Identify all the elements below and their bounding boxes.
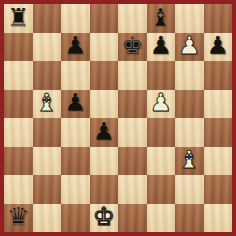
square-c4[interactable] — [61, 118, 90, 147]
square-g8[interactable] — [175, 4, 204, 33]
square-g5[interactable] — [175, 90, 204, 119]
square-f4[interactable] — [147, 118, 176, 147]
square-f7[interactable]: ♟ — [147, 33, 176, 62]
square-g1[interactable] — [175, 204, 204, 233]
black-bishop-icon[interactable]: ♝ — [150, 5, 172, 30]
square-d6[interactable] — [90, 61, 119, 90]
square-e4[interactable] — [118, 118, 147, 147]
square-a5[interactable] — [4, 90, 33, 119]
white-king-icon[interactable]: ♚ — [93, 204, 115, 229]
square-h8[interactable] — [204, 4, 233, 33]
black-pawn-icon[interactable]: ♟ — [93, 119, 115, 144]
square-d7[interactable] — [90, 33, 119, 62]
square-e5[interactable] — [118, 90, 147, 119]
square-b3[interactable] — [33, 147, 62, 176]
square-a8[interactable]: ♜ — [4, 4, 33, 33]
square-c1[interactable] — [61, 204, 90, 233]
square-f1[interactable] — [147, 204, 176, 233]
black-pawn-icon[interactable]: ♟ — [64, 33, 86, 58]
square-e2[interactable] — [118, 175, 147, 204]
square-b2[interactable] — [33, 175, 62, 204]
square-h1[interactable] — [204, 204, 233, 233]
square-g3[interactable]: ♝ — [175, 147, 204, 176]
chess-board: ♜♝♟♚♟♟♟♝♟♟♟♝♛♚ — [0, 0, 236, 236]
square-c5[interactable]: ♟ — [61, 90, 90, 119]
black-pawn-icon[interactable]: ♟ — [64, 90, 86, 115]
square-f8[interactable]: ♝ — [147, 4, 176, 33]
white-pawn-icon[interactable]: ♟ — [178, 33, 200, 58]
square-c6[interactable] — [61, 61, 90, 90]
square-e8[interactable] — [118, 4, 147, 33]
white-pawn-icon[interactable]: ♟ — [150, 90, 172, 115]
square-g7[interactable]: ♟ — [175, 33, 204, 62]
square-d4[interactable]: ♟ — [90, 118, 119, 147]
square-a1[interactable]: ♛ — [4, 204, 33, 233]
square-b7[interactable] — [33, 33, 62, 62]
square-e6[interactable] — [118, 61, 147, 90]
square-f3[interactable] — [147, 147, 176, 176]
black-rook-icon[interactable]: ♜ — [7, 5, 29, 30]
square-d1[interactable]: ♚ — [90, 204, 119, 233]
square-h3[interactable] — [204, 147, 233, 176]
square-e1[interactable] — [118, 204, 147, 233]
square-b5[interactable]: ♝ — [33, 90, 62, 119]
black-pawn-icon[interactable]: ♟ — [150, 33, 172, 58]
square-d2[interactable] — [90, 175, 119, 204]
square-c3[interactable] — [61, 147, 90, 176]
white-bishop-icon[interactable]: ♝ — [36, 90, 58, 115]
square-a7[interactable] — [4, 33, 33, 62]
square-d8[interactable] — [90, 4, 119, 33]
white-bishop-icon[interactable]: ♝ — [178, 147, 200, 172]
black-pawn-icon[interactable]: ♟ — [207, 33, 229, 58]
square-h4[interactable] — [204, 118, 233, 147]
square-c7[interactable]: ♟ — [61, 33, 90, 62]
square-h2[interactable] — [204, 175, 233, 204]
square-g4[interactable] — [175, 118, 204, 147]
square-g6[interactable] — [175, 61, 204, 90]
square-c8[interactable] — [61, 4, 90, 33]
square-b8[interactable] — [33, 4, 62, 33]
square-a6[interactable] — [4, 61, 33, 90]
square-f5[interactable]: ♟ — [147, 90, 176, 119]
square-h6[interactable] — [204, 61, 233, 90]
square-e3[interactable] — [118, 147, 147, 176]
square-f2[interactable] — [147, 175, 176, 204]
square-h7[interactable]: ♟ — [204, 33, 233, 62]
square-b6[interactable] — [33, 61, 62, 90]
square-a3[interactable] — [4, 147, 33, 176]
square-g2[interactable] — [175, 175, 204, 204]
square-f6[interactable] — [147, 61, 176, 90]
square-h5[interactable] — [204, 90, 233, 119]
board-grid: ♜♝♟♚♟♟♟♝♟♟♟♝♛♚ — [4, 4, 232, 232]
square-b4[interactable] — [33, 118, 62, 147]
square-a4[interactable] — [4, 118, 33, 147]
square-d5[interactable] — [90, 90, 119, 119]
square-b1[interactable] — [33, 204, 62, 233]
square-c2[interactable] — [61, 175, 90, 204]
square-d3[interactable] — [90, 147, 119, 176]
black-queen-icon[interactable]: ♛ — [7, 204, 29, 229]
square-a2[interactable] — [4, 175, 33, 204]
square-e7[interactable]: ♚ — [118, 33, 147, 62]
black-king-icon[interactable]: ♚ — [121, 33, 143, 58]
